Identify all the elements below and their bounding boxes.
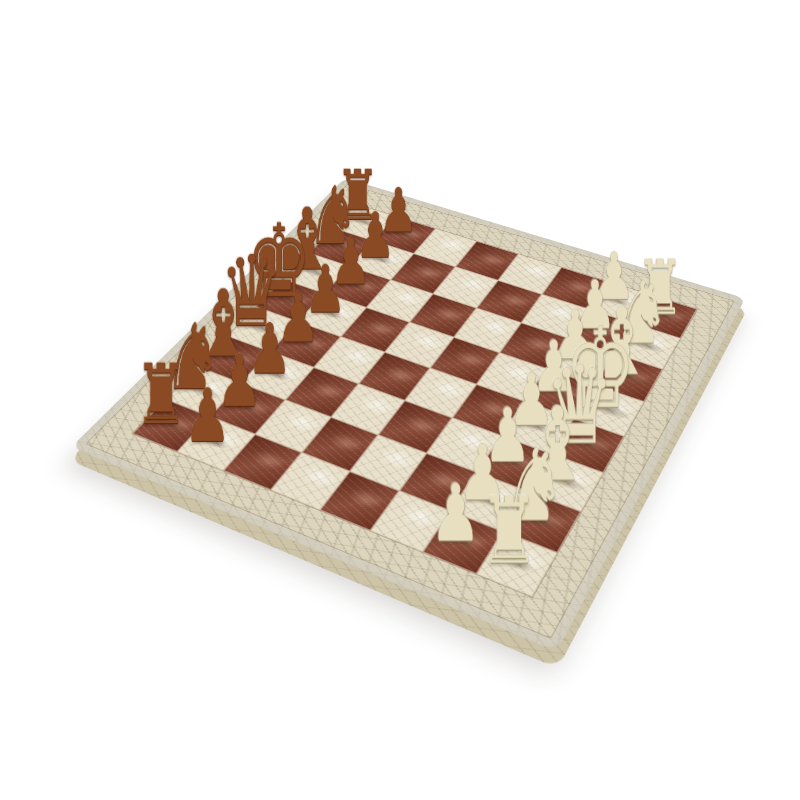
square-a5[interactable] [271, 453, 350, 511]
pawn-glyph: ♟ [161, 380, 254, 453]
square-a4[interactable] [320, 471, 400, 530]
rook-glyph: ♜ [458, 485, 560, 577]
square-c5[interactable] [331, 384, 405, 435]
chess-board: ♜♞♝♛♚♝♞♜♟♟♟♟♟♟♟♟♟♟♟♟♟♟♟♟♜♞♝♛♚♝♞♜ [71, 178, 745, 652]
square-b5[interactable] [302, 417, 378, 471]
product-photo-scene: ♜♞♝♛♚♝♞♜♟♟♟♟♟♟♟♟♟♟♟♟♟♟♟♟♜♞♝♛♚♝♞♜ [0, 0, 800, 800]
